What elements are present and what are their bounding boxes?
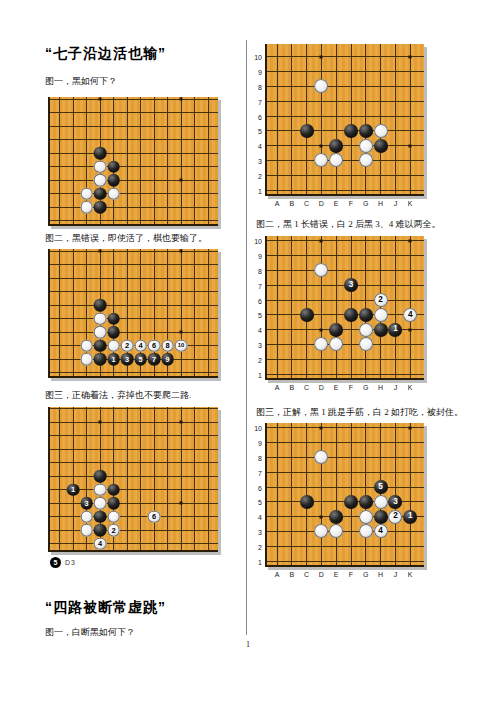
section2-title: “四路被断常虚跳” bbox=[45, 599, 166, 617]
column-coordinate-label: H bbox=[378, 200, 383, 207]
grid-line bbox=[73, 249, 74, 376]
grid-line bbox=[267, 442, 424, 443]
go-stone-black bbox=[94, 147, 107, 160]
go-stone-white bbox=[94, 326, 107, 339]
row-coordinate-label: 7 bbox=[258, 282, 262, 289]
row-coordinate-label: 10 bbox=[254, 54, 262, 61]
go-stone-white-move-2: 2 bbox=[388, 510, 402, 524]
grid-line bbox=[267, 546, 424, 547]
go-stone-black bbox=[359, 495, 373, 509]
column-coordinate-label: J bbox=[394, 200, 398, 207]
star-point bbox=[409, 328, 412, 331]
go-stone-black bbox=[107, 312, 120, 325]
row-coordinate-label: 2 bbox=[258, 543, 262, 550]
star-point bbox=[180, 421, 183, 424]
star-point bbox=[180, 98, 183, 101]
go-board-surface: 1234 bbox=[265, 236, 424, 380]
grid-line bbox=[291, 44, 292, 194]
go-stone-black bbox=[329, 323, 343, 337]
grid-line bbox=[50, 476, 218, 477]
grid-line bbox=[167, 97, 168, 224]
row-coordinate-label: 3 bbox=[258, 157, 262, 164]
go-stone-black bbox=[94, 524, 107, 537]
column-coordinate-label: G bbox=[363, 384, 368, 391]
go-stone-black bbox=[374, 139, 388, 153]
go-stone-white bbox=[80, 510, 93, 523]
star-point bbox=[99, 421, 102, 424]
go-stone-white-move-6: 6 bbox=[148, 339, 161, 352]
go-stone-black bbox=[94, 510, 107, 523]
star-point bbox=[180, 502, 183, 505]
grid-line bbox=[267, 116, 424, 117]
go-stone-black bbox=[94, 299, 107, 312]
column-coordinate-label: F bbox=[349, 200, 353, 207]
go-board-left-1 bbox=[48, 97, 218, 226]
grid-line bbox=[154, 97, 155, 224]
go-stone-black bbox=[359, 308, 373, 322]
grid-line bbox=[194, 97, 195, 224]
grid-line bbox=[267, 457, 424, 458]
row-coordinate-label: 5 bbox=[258, 128, 262, 135]
grid-line bbox=[267, 240, 424, 241]
grid-line bbox=[50, 193, 218, 194]
grid-line bbox=[410, 44, 411, 194]
grid-line bbox=[50, 449, 218, 450]
grid-line bbox=[365, 44, 366, 194]
go-stone-white bbox=[107, 339, 120, 352]
go-stone-black bbox=[344, 124, 358, 138]
row-coordinate-label: 6 bbox=[258, 297, 262, 304]
go-stone-black-move-1: 1 bbox=[388, 323, 402, 337]
go-stone-black-move-3: 3 bbox=[80, 497, 93, 510]
star-point bbox=[409, 55, 412, 58]
go-stone-white bbox=[359, 323, 373, 337]
star-point bbox=[409, 426, 412, 429]
grid-line bbox=[194, 249, 195, 376]
column-coordinate-label: A bbox=[275, 200, 280, 207]
row-coordinate-label: 7 bbox=[258, 98, 262, 105]
go-stone-black-move-3: 3 bbox=[121, 353, 134, 366]
star-point bbox=[320, 144, 323, 147]
go-stone-white bbox=[374, 308, 388, 322]
row-coordinate-label: 8 bbox=[258, 83, 262, 90]
star-point bbox=[320, 426, 323, 429]
move-footnote: 5 D3 bbox=[50, 557, 76, 568]
go-stone-black bbox=[107, 483, 120, 496]
row-coordinate-label: 3 bbox=[258, 528, 262, 535]
column-coordinate-label: A bbox=[275, 571, 280, 578]
star-point bbox=[320, 55, 323, 58]
column-coordinate-label: D bbox=[319, 384, 324, 391]
go-stone-black-move-5: 5 bbox=[374, 480, 388, 494]
row-coordinate-label: 2 bbox=[258, 172, 262, 179]
row-coordinate-label: 1 bbox=[258, 558, 262, 565]
go-stone-white bbox=[359, 510, 373, 524]
grid-line bbox=[267, 270, 424, 271]
grid-line bbox=[321, 44, 322, 194]
grid-line bbox=[336, 236, 337, 378]
go-stone-white-move-2: 2 bbox=[374, 293, 388, 307]
move-footnote-point: D3 bbox=[65, 559, 76, 566]
grid-line bbox=[267, 531, 424, 532]
go-stone-black-move-1: 1 bbox=[107, 353, 120, 366]
caption-left-diagram3: 图三，正确着法，弃掉也不要爬二路. bbox=[45, 389, 191, 402]
column-coordinate-label: C bbox=[304, 384, 309, 391]
row-coordinate-label: 8 bbox=[258, 267, 262, 274]
black-stone-icon: 5 bbox=[50, 557, 61, 568]
go-stone-white bbox=[94, 497, 107, 510]
grid-line bbox=[50, 139, 218, 140]
grid-line bbox=[395, 44, 396, 194]
go-stone-white bbox=[107, 187, 120, 200]
grid-line bbox=[277, 44, 278, 194]
grid-line bbox=[50, 543, 218, 544]
go-stone-black bbox=[374, 323, 388, 337]
column-coordinate-label: H bbox=[378, 571, 383, 578]
grid-line bbox=[395, 236, 396, 378]
grid-line bbox=[50, 530, 218, 531]
go-stone-black bbox=[107, 326, 120, 339]
row-coordinate-label: 6 bbox=[258, 484, 262, 491]
grid-line bbox=[267, 427, 424, 428]
column-coordinate-label: D bbox=[319, 571, 324, 578]
column-coordinate-label: K bbox=[408, 571, 413, 578]
go-stone-white bbox=[314, 524, 328, 538]
go-stone-white bbox=[80, 353, 93, 366]
go-stone-white bbox=[314, 337, 328, 351]
go-board-right-1: 12345678910ABCDEFGHJK bbox=[265, 44, 424, 196]
star-point bbox=[99, 250, 102, 253]
column-coordinate-label: B bbox=[289, 571, 294, 578]
go-stone-black bbox=[300, 495, 314, 509]
grid-line bbox=[50, 126, 218, 127]
grid-line bbox=[267, 487, 424, 488]
go-stone-white-move-2: 2 bbox=[121, 339, 134, 352]
grid-line bbox=[291, 236, 292, 378]
go-stone-white bbox=[94, 174, 107, 187]
go-stone-black-move-3: 3 bbox=[388, 495, 402, 509]
column-coordinate-label: B bbox=[289, 200, 294, 207]
grid-line bbox=[267, 359, 424, 360]
grid-line bbox=[59, 249, 60, 376]
grid-line bbox=[50, 291, 218, 292]
row-coordinate-label: 7 bbox=[258, 469, 262, 476]
grid-line bbox=[321, 423, 322, 565]
row-coordinate-label: 3 bbox=[258, 341, 262, 348]
star-point bbox=[180, 179, 183, 182]
grid-line bbox=[50, 305, 218, 306]
book-page: “七子沿边活也输” 图一，黑如何下？ 图二，黑错误，即使活了，棋也要输了。 13… bbox=[0, 0, 496, 702]
go-stone-white-move-6: 6 bbox=[148, 510, 161, 523]
row-coordinate-label: 4 bbox=[258, 514, 262, 521]
go-stone-black-move-1: 1 bbox=[67, 483, 80, 496]
go-stone-white bbox=[94, 483, 107, 496]
go-stone-white bbox=[374, 124, 388, 138]
star-point bbox=[409, 239, 412, 242]
row-coordinate-label: 5 bbox=[258, 312, 262, 319]
grid-line bbox=[267, 86, 424, 87]
row-coordinate-label: 8 bbox=[258, 454, 262, 461]
column-coordinate-label: C bbox=[304, 200, 309, 207]
go-stone-black bbox=[94, 353, 107, 366]
grid-line bbox=[267, 374, 424, 375]
grid-line bbox=[181, 97, 182, 224]
star-point bbox=[180, 331, 183, 334]
go-stone-white bbox=[359, 337, 373, 351]
grid-line bbox=[267, 56, 424, 57]
grid-line bbox=[208, 249, 209, 376]
go-stone-black bbox=[107, 160, 120, 173]
go-stone-white bbox=[80, 201, 93, 214]
row-coordinate-label: 2 bbox=[258, 356, 262, 363]
go-stone-black bbox=[300, 124, 314, 138]
grid-line bbox=[277, 236, 278, 378]
go-stone-white bbox=[359, 139, 373, 153]
go-stone-black bbox=[300, 308, 314, 322]
grid-line bbox=[50, 251, 218, 252]
row-coordinate-label: 1 bbox=[258, 187, 262, 194]
go-stone-white bbox=[329, 524, 343, 538]
go-stone-black-move-9: 9 bbox=[161, 353, 174, 366]
grid-line bbox=[59, 97, 60, 224]
star-point bbox=[320, 328, 323, 331]
grid-line bbox=[50, 516, 218, 517]
grid-line bbox=[73, 97, 74, 224]
go-stone-white bbox=[314, 79, 328, 93]
go-stone-white bbox=[374, 495, 388, 509]
star-point bbox=[320, 239, 323, 242]
go-stone-white bbox=[329, 153, 343, 167]
column-divider bbox=[246, 40, 247, 635]
grid-line bbox=[267, 300, 424, 301]
column-coordinate-label: G bbox=[363, 571, 368, 578]
go-stone-white bbox=[314, 263, 328, 277]
go-stone-white bbox=[359, 153, 373, 167]
row-coordinate-label: 1 bbox=[258, 371, 262, 378]
grid-line bbox=[267, 71, 424, 72]
go-stone-black bbox=[329, 510, 343, 524]
grid-line bbox=[291, 423, 292, 565]
go-stone-black bbox=[329, 139, 343, 153]
go-stone-white bbox=[94, 312, 107, 325]
grid-line bbox=[267, 472, 424, 473]
row-coordinate-label: 9 bbox=[258, 440, 262, 447]
grid-line bbox=[267, 344, 424, 345]
grid-line bbox=[50, 99, 218, 100]
go-stone-white bbox=[80, 339, 93, 352]
go-stone-white-move-4: 4 bbox=[94, 537, 107, 550]
grid-line bbox=[50, 332, 218, 333]
grid-line bbox=[306, 44, 307, 194]
grid-line bbox=[351, 44, 352, 194]
row-coordinate-label: 10 bbox=[254, 425, 262, 432]
column-coordinate-label: E bbox=[334, 571, 339, 578]
grid-line bbox=[50, 153, 218, 154]
go-stone-white-move-4: 4 bbox=[403, 308, 417, 322]
grid-line bbox=[50, 318, 218, 319]
go-stone-white bbox=[107, 510, 120, 523]
column-coordinate-label: D bbox=[319, 200, 324, 207]
grid-line bbox=[267, 145, 424, 146]
row-coordinate-label: 6 bbox=[258, 113, 262, 120]
grid-line bbox=[50, 462, 218, 463]
grid-line bbox=[127, 97, 128, 224]
grid-line bbox=[267, 255, 424, 256]
caption-section2-diagram1: 图一，白断黑如何下？ bbox=[45, 626, 135, 639]
go-stone-black-move-1: 1 bbox=[403, 510, 417, 524]
go-stone-white-move-4: 4 bbox=[134, 339, 147, 352]
go-board-surface: 13246 bbox=[48, 407, 218, 552]
go-stone-black bbox=[374, 510, 388, 524]
go-stone-white bbox=[329, 337, 343, 351]
go-stone-black-move-3: 3 bbox=[344, 278, 358, 292]
grid-line bbox=[140, 97, 141, 224]
go-stone-white bbox=[359, 524, 373, 538]
go-stone-white bbox=[80, 524, 93, 537]
grid-line bbox=[380, 44, 381, 194]
grid-line bbox=[181, 249, 182, 376]
go-stone-black bbox=[344, 495, 358, 509]
column-coordinate-label: F bbox=[349, 571, 353, 578]
go-stone-white bbox=[314, 153, 328, 167]
grid-line bbox=[267, 190, 424, 191]
column-coordinate-label: F bbox=[349, 384, 353, 391]
grid-line bbox=[50, 278, 218, 279]
grid-line bbox=[336, 44, 337, 194]
grid-line bbox=[267, 561, 424, 562]
grid-line bbox=[50, 372, 218, 373]
grid-line bbox=[50, 112, 218, 113]
row-coordinate-label: 4 bbox=[258, 327, 262, 334]
column-coordinate-label: B bbox=[289, 384, 294, 391]
column-coordinate-label: J bbox=[394, 384, 398, 391]
star-point bbox=[180, 250, 183, 253]
go-stone-black bbox=[107, 174, 120, 187]
grid-line bbox=[50, 180, 218, 181]
column-coordinate-label: G bbox=[363, 200, 368, 207]
row-coordinate-label: 9 bbox=[258, 69, 262, 76]
go-stone-white-move-8: 8 bbox=[161, 339, 174, 352]
go-board-right-2: 123412345678910ABCDEFGHJK bbox=[265, 236, 424, 380]
column-coordinate-label: K bbox=[408, 200, 413, 207]
grid-line bbox=[267, 175, 424, 176]
go-stone-black bbox=[94, 187, 107, 200]
go-stone-white-move-2: 2 bbox=[107, 524, 120, 537]
star-point bbox=[99, 98, 102, 101]
go-stone-black bbox=[94, 201, 107, 214]
go-stone-black bbox=[94, 339, 107, 352]
go-board-surface: 13579246810 bbox=[48, 249, 218, 378]
column-coordinate-label: C bbox=[304, 571, 309, 578]
grid-line bbox=[50, 503, 218, 504]
grid-line bbox=[336, 423, 337, 565]
column-coordinate-label: E bbox=[334, 200, 339, 207]
go-board-surface bbox=[265, 44, 424, 196]
grid-line bbox=[277, 423, 278, 565]
go-board-right-3: 1234512345678910ABCDEFGHJK bbox=[265, 423, 424, 567]
grid-line bbox=[321, 236, 322, 378]
star-point bbox=[409, 144, 412, 147]
grid-line bbox=[50, 220, 218, 221]
caption-left-diagram1: 图一，黑如何下？ bbox=[45, 75, 117, 88]
grid-line bbox=[410, 423, 411, 565]
grid-line bbox=[50, 166, 218, 167]
caption-right-diagram2: 图二，黑 1 长错误，白 2 后黑 3、4 难以两全。 bbox=[256, 218, 441, 231]
caption-left-diagram2: 图二，黑错误，即使活了，棋也要输了。 bbox=[45, 232, 207, 245]
column-coordinate-label: E bbox=[334, 384, 339, 391]
row-coordinate-label: 9 bbox=[258, 253, 262, 260]
column-coordinate-label: H bbox=[378, 384, 383, 391]
page-number: 1 bbox=[0, 640, 496, 649]
column-coordinate-label: A bbox=[275, 384, 280, 391]
grid-line bbox=[208, 97, 209, 224]
grid-line bbox=[50, 207, 218, 208]
go-stone-white-move-4: 4 bbox=[374, 524, 388, 538]
caption-right-diagram3: 图三，正解，黑 1 跳是手筋，白 2 如打吃，被封住。 bbox=[256, 406, 463, 419]
go-stone-black bbox=[94, 470, 107, 483]
go-board-left-3: 13246 bbox=[48, 407, 218, 552]
row-coordinate-label: 10 bbox=[254, 238, 262, 245]
go-stone-white bbox=[314, 450, 328, 464]
go-stone-white bbox=[80, 187, 93, 200]
go-board-left-2: 13579246810 bbox=[48, 249, 218, 378]
column-coordinate-label: K bbox=[408, 384, 413, 391]
grid-line bbox=[50, 422, 218, 423]
go-stone-black-move-7: 7 bbox=[148, 353, 161, 366]
grid-line bbox=[50, 435, 218, 436]
go-board-surface bbox=[48, 97, 218, 226]
row-coordinate-label: 4 bbox=[258, 143, 262, 150]
go-stone-black bbox=[344, 308, 358, 322]
grid-line bbox=[50, 408, 218, 409]
go-stone-black-move-5: 5 bbox=[134, 353, 147, 366]
grid-line bbox=[267, 101, 424, 102]
grid-line bbox=[50, 264, 218, 265]
column-coordinate-label: J bbox=[394, 571, 398, 578]
go-stone-black bbox=[107, 497, 120, 510]
go-stone-white bbox=[94, 160, 107, 173]
star-point bbox=[320, 515, 323, 518]
section1-title: “七子沿边活也输” bbox=[45, 45, 166, 63]
row-coordinate-label: 5 bbox=[258, 499, 262, 506]
go-stone-black bbox=[359, 124, 373, 138]
go-stone-white-move-10: 10 bbox=[175, 339, 188, 352]
grid-line bbox=[267, 160, 424, 161]
go-board-surface: 12345 bbox=[265, 423, 424, 567]
